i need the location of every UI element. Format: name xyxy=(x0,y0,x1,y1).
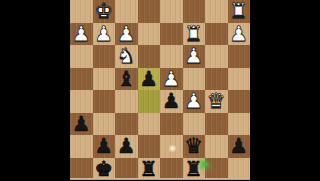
square-g8[interactable]: ♚ xyxy=(93,158,116,181)
square-h8[interactable] xyxy=(70,158,93,181)
square-a5[interactable] xyxy=(228,90,251,113)
square-h3[interactable] xyxy=(70,45,93,68)
square-e8[interactable]: ♜ xyxy=(138,158,161,181)
square-h5[interactable] xyxy=(70,90,93,113)
square-g2[interactable]: ♟ xyxy=(93,23,116,46)
square-d8[interactable] xyxy=(160,158,183,181)
square-c5[interactable]: ♟ xyxy=(183,90,206,113)
square-b6[interactable] xyxy=(205,113,228,136)
square-d1[interactable] xyxy=(160,0,183,23)
square-g4[interactable] xyxy=(93,68,116,91)
white-queen: ♛ xyxy=(207,90,226,113)
square-f1[interactable] xyxy=(115,0,138,23)
square-h1[interactable] xyxy=(70,0,93,23)
square-a4[interactable] xyxy=(228,68,251,91)
white-knight: ♞ xyxy=(117,45,136,68)
square-g3[interactable] xyxy=(93,45,116,68)
square-g7[interactable]: ♟ xyxy=(93,135,116,158)
chess-board: ♚♜♟♟♟♜♟♞♟♝♟♟♟♟♛♟♟♟♛♟♚♜♜ xyxy=(70,0,250,180)
square-e5[interactable] xyxy=(138,90,161,113)
square-g1[interactable]: ♚ xyxy=(93,0,116,23)
square-e2[interactable] xyxy=(138,23,161,46)
square-f2[interactable]: ♟ xyxy=(115,23,138,46)
black-pawn: ♟ xyxy=(94,135,113,158)
square-c2[interactable]: ♜ xyxy=(183,23,206,46)
black-pawn: ♟ xyxy=(72,112,91,135)
square-a8[interactable] xyxy=(228,158,251,181)
square-a6[interactable] xyxy=(228,113,251,136)
square-h6[interactable]: ♟ xyxy=(70,113,93,136)
black-queen: ♛ xyxy=(184,135,203,158)
square-c7[interactable]: ♛ xyxy=(183,135,206,158)
square-e6[interactable] xyxy=(138,113,161,136)
black-pawn: ♟ xyxy=(139,67,158,90)
square-h4[interactable] xyxy=(70,68,93,91)
square-d2[interactable] xyxy=(160,23,183,46)
white-pawn: ♟ xyxy=(162,67,181,90)
square-a3[interactable] xyxy=(228,45,251,68)
square-f4[interactable]: ♝ xyxy=(115,68,138,91)
screenshot-canvas: ♚♜♟♟♟♜♟♞♟♝♟♟♟♟♛♟♟♟♛♟♚♜♜ ➤ xyxy=(0,0,320,180)
white-pawn: ♟ xyxy=(72,22,91,45)
black-rook: ♜ xyxy=(139,157,158,180)
white-pawn: ♟ xyxy=(184,90,203,113)
square-d5[interactable]: ♟ xyxy=(160,90,183,113)
glare-dot xyxy=(169,145,176,152)
square-f3[interactable]: ♞ xyxy=(115,45,138,68)
square-h7[interactable] xyxy=(70,135,93,158)
square-b3[interactable] xyxy=(205,45,228,68)
square-e4[interactable]: ♟ xyxy=(138,68,161,91)
square-g6[interactable] xyxy=(93,113,116,136)
square-a1[interactable]: ♜ xyxy=(228,0,251,23)
square-c4[interactable] xyxy=(183,68,206,91)
black-bishop: ♝ xyxy=(117,67,136,90)
square-f7[interactable]: ♟ xyxy=(115,135,138,158)
square-a7[interactable]: ♟ xyxy=(228,135,251,158)
square-h2[interactable]: ♟ xyxy=(70,23,93,46)
square-d6[interactable] xyxy=(160,113,183,136)
black-king: ♚ xyxy=(94,157,113,180)
black-pawn: ♟ xyxy=(229,135,248,158)
square-f5[interactable] xyxy=(115,90,138,113)
square-e3[interactable] xyxy=(138,45,161,68)
letterbox-left xyxy=(0,0,70,180)
square-g5[interactable] xyxy=(93,90,116,113)
square-e7[interactable] xyxy=(138,135,161,158)
white-king: ♚ xyxy=(94,0,113,22)
square-d4[interactable]: ♟ xyxy=(160,68,183,91)
square-b5[interactable]: ♛ xyxy=(205,90,228,113)
white-pawn: ♟ xyxy=(94,22,113,45)
square-c1[interactable] xyxy=(183,0,206,23)
square-b2[interactable] xyxy=(205,23,228,46)
white-rook: ♜ xyxy=(184,22,203,45)
square-c3[interactable]: ♟ xyxy=(183,45,206,68)
square-a2[interactable]: ♟ xyxy=(228,23,251,46)
white-rook: ♜ xyxy=(229,0,248,22)
white-pawn: ♟ xyxy=(229,22,248,45)
square-d3[interactable] xyxy=(160,45,183,68)
green-arrow-icon: ➤ xyxy=(195,156,214,172)
square-e1[interactable] xyxy=(138,0,161,23)
square-b7[interactable] xyxy=(205,135,228,158)
square-b1[interactable] xyxy=(205,0,228,23)
black-pawn: ♟ xyxy=(162,90,181,113)
square-f8[interactable] xyxy=(115,158,138,181)
board-bottom-bevel xyxy=(70,178,250,180)
letterbox-right xyxy=(250,0,320,180)
black-pawn: ♟ xyxy=(117,135,136,158)
square-f6[interactable] xyxy=(115,113,138,136)
square-b4[interactable] xyxy=(205,68,228,91)
white-pawn: ♟ xyxy=(184,45,203,68)
square-c6[interactable] xyxy=(183,113,206,136)
white-pawn: ♟ xyxy=(117,22,136,45)
